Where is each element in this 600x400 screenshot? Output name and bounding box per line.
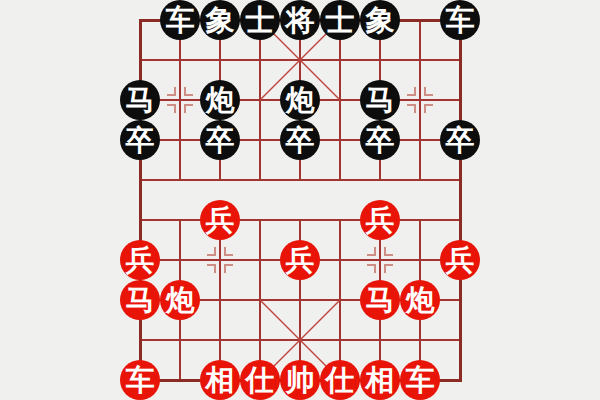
point-marker — [407, 104, 416, 113]
point-marker — [424, 87, 433, 96]
piece-red-soldier[interactable]: 兵 — [440, 240, 480, 280]
piece-black-horse[interactable]: 马 — [360, 80, 400, 120]
point-marker — [167, 87, 176, 96]
point-marker — [424, 104, 433, 113]
piece-black-chariot[interactable]: 车 — [160, 0, 200, 40]
point-marker — [207, 247, 216, 256]
piece-red-general[interactable]: 帅 — [280, 360, 320, 400]
piece-red-soldier[interactable]: 兵 — [360, 200, 400, 240]
piece-red-soldier[interactable]: 兵 — [280, 240, 320, 280]
point-marker — [367, 247, 376, 256]
piece-black-advisor[interactable]: 士 — [320, 0, 360, 40]
piece-red-advisor[interactable]: 仕 — [320, 360, 360, 400]
piece-black-cannon[interactable]: 炮 — [280, 80, 320, 120]
piece-red-chariot[interactable]: 车 — [120, 360, 160, 400]
point-marker — [224, 247, 233, 256]
piece-red-horse[interactable]: 马 — [360, 280, 400, 320]
piece-black-soldier[interactable]: 卒 — [360, 120, 400, 160]
point-marker — [384, 264, 393, 273]
piece-red-soldier[interactable]: 兵 — [200, 200, 240, 240]
point-marker — [367, 264, 376, 273]
piece-red-advisor[interactable]: 仕 — [240, 360, 280, 400]
point-marker — [384, 247, 393, 256]
board-outer-border — [139, 19, 462, 382]
piece-red-cannon[interactable]: 炮 — [400, 280, 440, 320]
piece-black-cannon[interactable]: 炮 — [200, 80, 240, 120]
xiangqi-board: 车象士将士象车马炮炮马卒卒卒卒卒兵兵兵兵兵马炮马炮车相仕帅仕相车 — [0, 0, 600, 400]
piece-red-horse[interactable]: 马 — [120, 280, 160, 320]
piece-black-soldier[interactable]: 卒 — [280, 120, 320, 160]
point-marker — [207, 264, 216, 273]
point-marker — [184, 104, 193, 113]
piece-black-general[interactable]: 将 — [280, 0, 320, 40]
piece-red-elephant[interactable]: 相 — [360, 360, 400, 400]
piece-red-cannon[interactable]: 炮 — [160, 280, 200, 320]
piece-black-elephant[interactable]: 象 — [360, 0, 400, 40]
piece-black-soldier[interactable]: 卒 — [440, 120, 480, 160]
piece-black-horse[interactable]: 马 — [120, 80, 160, 120]
piece-black-chariot[interactable]: 车 — [440, 0, 480, 40]
piece-red-elephant[interactable]: 相 — [200, 360, 240, 400]
piece-black-soldier[interactable]: 卒 — [200, 120, 240, 160]
piece-black-elephant[interactable]: 象 — [200, 0, 240, 40]
point-marker — [407, 87, 416, 96]
piece-black-advisor[interactable]: 士 — [240, 0, 280, 40]
point-marker — [224, 264, 233, 273]
piece-red-chariot[interactable]: 车 — [400, 360, 440, 400]
piece-red-soldier[interactable]: 兵 — [120, 240, 160, 280]
point-marker — [167, 104, 176, 113]
piece-black-soldier[interactable]: 卒 — [120, 120, 160, 160]
point-marker — [184, 87, 193, 96]
